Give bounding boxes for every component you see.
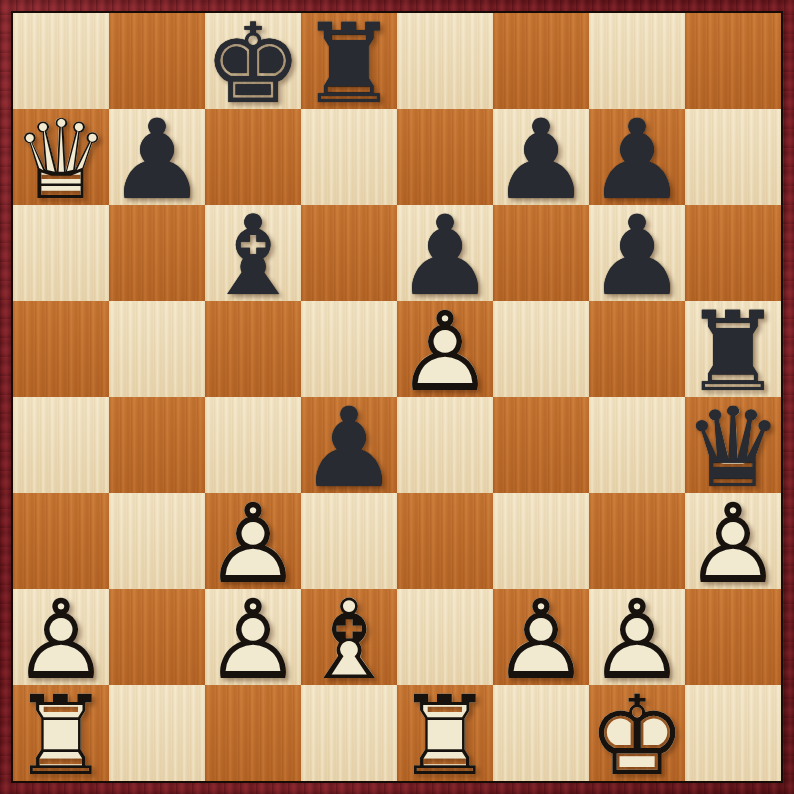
black-pawn[interactable]: ♙︎♟︎ (109, 109, 205, 205)
pawn-glyph: ♙︎ (685, 496, 781, 592)
square-h3[interactable]: ♟︎♙︎ (685, 493, 781, 589)
bishop-glyph: ♗︎ (301, 592, 397, 688)
square-h2[interactable] (685, 589, 781, 685)
rook-glyph: ♜︎ (301, 16, 397, 112)
king-glyph: ♚︎ (205, 16, 301, 112)
king-glyph: ♔︎ (589, 688, 685, 784)
white-king[interactable]: ♚︎♔︎ (589, 685, 685, 781)
square-b5[interactable] (109, 301, 205, 397)
queen-glyph: ♕︎ (13, 112, 109, 208)
square-f4[interactable] (493, 397, 589, 493)
pawn-glyph: ♟︎ (493, 112, 589, 208)
white-rook[interactable]: ♜︎♖︎ (13, 685, 109, 781)
square-e5[interactable]: ♟︎♙︎ (397, 301, 493, 397)
pawn-glyph: ♙︎ (397, 304, 493, 400)
square-h4[interactable]: ♕︎♛︎ (685, 397, 781, 493)
square-f5[interactable] (493, 301, 589, 397)
square-h1[interactable] (685, 685, 781, 781)
square-h7[interactable] (685, 109, 781, 205)
chess-board: ♔︎♚︎♖︎♜︎♛︎♕︎♙︎♟︎♙︎♟︎♙︎♟︎♗︎♝︎♙︎♟︎♙︎♟︎♟︎♙︎… (11, 11, 783, 783)
white-queen[interactable]: ♛︎♕︎ (13, 109, 109, 205)
black-rook[interactable]: ♖︎♜︎ (301, 13, 397, 109)
square-g1[interactable]: ♚︎♔︎ (589, 685, 685, 781)
square-f8[interactable] (493, 13, 589, 109)
square-c5[interactable] (205, 301, 301, 397)
square-h6[interactable] (685, 205, 781, 301)
square-g3[interactable] (589, 493, 685, 589)
square-h5[interactable]: ♖︎♜︎ (685, 301, 781, 397)
pawn-glyph: ♟︎ (301, 400, 397, 496)
square-d8[interactable]: ♖︎♜︎ (301, 13, 397, 109)
square-f2[interactable]: ♟︎♙︎ (493, 589, 589, 685)
square-g6[interactable]: ♙︎♟︎ (589, 205, 685, 301)
square-d6[interactable] (301, 205, 397, 301)
square-b2[interactable] (109, 589, 205, 685)
bishop-glyph: ♝︎ (205, 208, 301, 304)
square-a8[interactable] (13, 13, 109, 109)
square-c1[interactable] (205, 685, 301, 781)
black-rook[interactable]: ♖︎♜︎ (685, 301, 781, 397)
square-g5[interactable] (589, 301, 685, 397)
square-g4[interactable] (589, 397, 685, 493)
square-d3[interactable] (301, 493, 397, 589)
square-a5[interactable] (13, 301, 109, 397)
black-pawn[interactable]: ♙︎♟︎ (397, 205, 493, 301)
square-e7[interactable] (397, 109, 493, 205)
rook-glyph: ♖︎ (397, 688, 493, 784)
square-f6[interactable] (493, 205, 589, 301)
square-f7[interactable]: ♙︎♟︎ (493, 109, 589, 205)
white-pawn[interactable]: ♟︎♙︎ (397, 301, 493, 397)
white-bishop[interactable]: ♝︎♗︎ (301, 589, 397, 685)
square-d2[interactable]: ♝︎♗︎ (301, 589, 397, 685)
square-a1[interactable]: ♜︎♖︎ (13, 685, 109, 781)
square-b8[interactable] (109, 13, 205, 109)
white-pawn[interactable]: ♟︎♙︎ (205, 589, 301, 685)
white-pawn[interactable]: ♟︎♙︎ (13, 589, 109, 685)
pawn-glyph: ♟︎ (109, 112, 205, 208)
square-e3[interactable] (397, 493, 493, 589)
square-a7[interactable]: ♛︎♕︎ (13, 109, 109, 205)
square-d4[interactable]: ♙︎♟︎ (301, 397, 397, 493)
white-pawn[interactable]: ♟︎♙︎ (685, 493, 781, 589)
square-d5[interactable] (301, 301, 397, 397)
square-b4[interactable] (109, 397, 205, 493)
square-a6[interactable] (13, 205, 109, 301)
square-b7[interactable]: ♙︎♟︎ (109, 109, 205, 205)
square-a2[interactable]: ♟︎♙︎ (13, 589, 109, 685)
square-c7[interactable] (205, 109, 301, 205)
square-d7[interactable] (301, 109, 397, 205)
white-pawn[interactable]: ♟︎♙︎ (589, 589, 685, 685)
square-e1[interactable]: ♜︎♖︎ (397, 685, 493, 781)
square-f3[interactable] (493, 493, 589, 589)
square-g8[interactable] (589, 13, 685, 109)
square-c6[interactable]: ♗︎♝︎ (205, 205, 301, 301)
black-king[interactable]: ♔︎♚︎ (205, 13, 301, 109)
black-queen[interactable]: ♕︎♛︎ (685, 397, 781, 493)
pawn-glyph: ♙︎ (493, 592, 589, 688)
rook-glyph: ♖︎ (13, 688, 109, 784)
square-b6[interactable] (109, 205, 205, 301)
square-e8[interactable] (397, 13, 493, 109)
pawn-glyph: ♟︎ (589, 208, 685, 304)
square-f1[interactable] (493, 685, 589, 781)
black-pawn[interactable]: ♙︎♟︎ (589, 109, 685, 205)
black-pawn[interactable]: ♙︎♟︎ (589, 205, 685, 301)
white-pawn[interactable]: ♟︎♙︎ (493, 589, 589, 685)
square-g7[interactable]: ♙︎♟︎ (589, 109, 685, 205)
square-e2[interactable] (397, 589, 493, 685)
square-b1[interactable] (109, 685, 205, 781)
pawn-glyph: ♙︎ (205, 592, 301, 688)
square-h8[interactable] (685, 13, 781, 109)
white-pawn[interactable]: ♟︎♙︎ (205, 493, 301, 589)
board-frame: ♔︎♚︎♖︎♜︎♛︎♕︎♙︎♟︎♙︎♟︎♙︎♟︎♗︎♝︎♙︎♟︎♙︎♟︎♟︎♙︎… (0, 0, 794, 794)
square-g2[interactable]: ♟︎♙︎ (589, 589, 685, 685)
square-e4[interactable] (397, 397, 493, 493)
square-c3[interactable]: ♟︎♙︎ (205, 493, 301, 589)
square-a4[interactable] (13, 397, 109, 493)
square-e6[interactable]: ♙︎♟︎ (397, 205, 493, 301)
square-c8[interactable]: ♔︎♚︎ (205, 13, 301, 109)
square-c4[interactable] (205, 397, 301, 493)
white-rook[interactable]: ♜︎♖︎ (397, 685, 493, 781)
black-pawn[interactable]: ♙︎♟︎ (493, 109, 589, 205)
black-bishop[interactable]: ♗︎♝︎ (205, 205, 301, 301)
square-b3[interactable] (109, 493, 205, 589)
black-pawn[interactable]: ♙︎♟︎ (301, 397, 397, 493)
square-c2[interactable]: ♟︎♙︎ (205, 589, 301, 685)
square-a3[interactable] (13, 493, 109, 589)
square-d1[interactable] (301, 685, 397, 781)
